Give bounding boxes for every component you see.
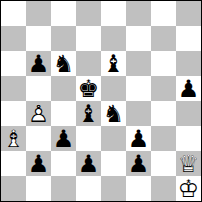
square-c8[interactable]	[51, 1, 76, 26]
square-c3[interactable]: ♟	[51, 126, 76, 151]
square-e3[interactable]	[101, 126, 126, 151]
black-pawn[interactable]: ♟	[126, 126, 151, 151]
square-c5[interactable]	[51, 76, 76, 101]
square-e5[interactable]	[101, 76, 126, 101]
square-a2[interactable]	[1, 151, 26, 176]
black-knight-icon: ♞	[101, 101, 126, 126]
black-pawn-icon: ♟	[176, 76, 201, 101]
square-h7[interactable]	[176, 26, 201, 51]
black-pawn-icon: ♟	[126, 126, 151, 151]
square-b2[interactable]: ♟	[26, 151, 51, 176]
black-pawn-icon: ♟	[76, 151, 101, 176]
square-c4[interactable]	[51, 101, 76, 126]
square-h1[interactable]: ♚♔	[176, 176, 201, 201]
square-g3[interactable]	[151, 126, 176, 151]
white-king[interactable]: ♚♔	[176, 176, 201, 201]
square-a3[interactable]: ♝♗	[1, 126, 26, 151]
square-a1[interactable]	[1, 176, 26, 201]
square-g7[interactable]	[151, 26, 176, 51]
square-b6[interactable]: ♟	[26, 51, 51, 76]
black-king[interactable]: ♚	[76, 76, 101, 101]
square-e6[interactable]: ♝	[101, 51, 126, 76]
black-pawn[interactable]: ♟	[126, 151, 151, 176]
black-pawn[interactable]: ♟	[26, 151, 51, 176]
black-pawn-icon: ♟	[26, 151, 51, 176]
black-pawn[interactable]: ♟	[26, 51, 51, 76]
black-pawn-icon: ♟	[126, 151, 151, 176]
black-bishop-icon: ♝	[76, 101, 101, 126]
square-g8[interactable]	[151, 1, 176, 26]
square-c6[interactable]: ♞	[51, 51, 76, 76]
black-bishop[interactable]: ♝	[101, 51, 126, 76]
square-g4[interactable]	[151, 101, 176, 126]
black-pawn[interactable]: ♟	[51, 126, 76, 151]
square-g6[interactable]	[151, 51, 176, 76]
square-a5[interactable]	[1, 76, 26, 101]
square-g5[interactable]	[151, 76, 176, 101]
square-c7[interactable]	[51, 26, 76, 51]
square-e1[interactable]	[101, 176, 126, 201]
square-f2[interactable]: ♟	[126, 151, 151, 176]
square-b3[interactable]	[26, 126, 51, 151]
black-pawn-icon: ♟	[26, 51, 51, 76]
square-e8[interactable]	[101, 1, 126, 26]
square-h3[interactable]	[176, 126, 201, 151]
black-pawn[interactable]: ♟	[176, 76, 201, 101]
square-b5[interactable]	[26, 76, 51, 101]
square-d7[interactable]	[76, 26, 101, 51]
square-d8[interactable]	[76, 1, 101, 26]
square-b7[interactable]	[26, 26, 51, 51]
square-f3[interactable]: ♟	[126, 126, 151, 151]
square-h6[interactable]	[176, 51, 201, 76]
square-d5[interactable]: ♚	[76, 76, 101, 101]
square-a6[interactable]	[1, 51, 26, 76]
chess-board: ♟♞♝♚♟♟♙♝♞♝♗♟♟♟♟♟♛♕♚♔	[0, 0, 202, 202]
white-pawn[interactable]: ♟♙	[26, 101, 51, 126]
white-pawn-icon: ♙	[26, 101, 51, 126]
white-bishop-icon: ♗	[1, 126, 26, 151]
square-f4[interactable]	[126, 101, 151, 126]
square-h2[interactable]: ♛♕	[176, 151, 201, 176]
square-h8[interactable]	[176, 1, 201, 26]
black-pawn-icon: ♟	[51, 126, 76, 151]
square-f5[interactable]	[126, 76, 151, 101]
square-d4[interactable]: ♝	[76, 101, 101, 126]
square-f6[interactable]	[126, 51, 151, 76]
square-a7[interactable]	[1, 26, 26, 51]
white-queen[interactable]: ♛♕	[176, 151, 201, 176]
black-bishop[interactable]: ♝	[76, 101, 101, 126]
white-king-icon: ♔	[176, 176, 201, 201]
square-g1[interactable]	[151, 176, 176, 201]
black-knight-icon: ♞	[51, 51, 76, 76]
square-g2[interactable]	[151, 151, 176, 176]
square-c2[interactable]	[51, 151, 76, 176]
square-d3[interactable]	[76, 126, 101, 151]
square-e2[interactable]	[101, 151, 126, 176]
square-f7[interactable]	[126, 26, 151, 51]
square-f1[interactable]	[126, 176, 151, 201]
square-b1[interactable]	[26, 176, 51, 201]
black-knight[interactable]: ♞	[101, 101, 126, 126]
square-h4[interactable]	[176, 101, 201, 126]
square-b4[interactable]: ♟♙	[26, 101, 51, 126]
black-bishop-icon: ♝	[101, 51, 126, 76]
square-c1[interactable]	[51, 176, 76, 201]
black-knight[interactable]: ♞	[51, 51, 76, 76]
square-e4[interactable]: ♞	[101, 101, 126, 126]
square-d1[interactable]	[76, 176, 101, 201]
black-king-icon: ♚	[76, 76, 101, 101]
white-bishop[interactable]: ♝♗	[1, 126, 26, 151]
square-f8[interactable]	[126, 1, 151, 26]
square-b8[interactable]	[26, 1, 51, 26]
square-d6[interactable]	[76, 51, 101, 76]
square-e7[interactable]	[101, 26, 126, 51]
square-a4[interactable]	[1, 101, 26, 126]
black-pawn[interactable]: ♟	[76, 151, 101, 176]
square-h5[interactable]: ♟	[176, 76, 201, 101]
square-d2[interactable]: ♟	[76, 151, 101, 176]
white-queen-icon: ♕	[176, 151, 201, 176]
square-a8[interactable]	[1, 1, 26, 26]
